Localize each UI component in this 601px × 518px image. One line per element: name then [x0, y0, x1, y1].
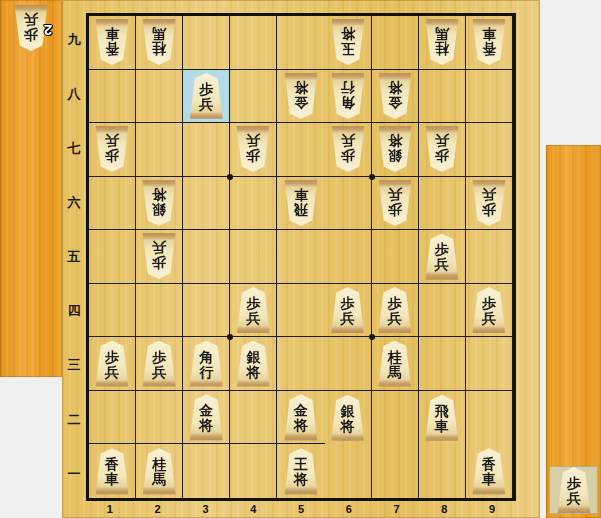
- hand-piece-count: 2: [44, 22, 52, 39]
- board-grid: 香車桂馬玉将桂馬香車歩兵金将角行金将歩兵歩兵歩兵銀将歩兵銀将飛車歩兵歩兵歩兵歩兵…: [86, 13, 516, 501]
- piece-kanji: 将: [152, 187, 166, 202]
- square-73[interactable]: 桂馬: [372, 337, 419, 391]
- piece-kanji: 兵: [105, 133, 119, 148]
- piece-top-fuhyo[interactable]: 歩兵: [140, 233, 178, 279]
- piece-kanji: 歩: [152, 350, 166, 365]
- square-43[interactable]: 銀将: [230, 337, 277, 391]
- piece-kanji: 車: [482, 472, 496, 487]
- piece-bottom-ginsho[interactable]: 銀将: [329, 395, 367, 441]
- square-41[interactable]: [230, 444, 277, 498]
- piece-top-kinsho[interactable]: 金将: [376, 73, 414, 119]
- square-81[interactable]: [419, 444, 466, 498]
- piece-kanji: 桂: [152, 41, 166, 56]
- piece-kanji: 金: [294, 95, 308, 110]
- square-13[interactable]: 歩兵: [89, 337, 136, 391]
- square-58[interactable]: 金将: [277, 70, 324, 124]
- square-35[interactable]: [183, 230, 230, 284]
- piece-kanji: 兵: [435, 133, 449, 148]
- square-53[interactable]: [277, 337, 324, 391]
- piece-kanji: 飛: [435, 404, 449, 419]
- piece-kanji: 兵: [341, 133, 355, 148]
- square-57[interactable]: [277, 123, 324, 177]
- piece-bottom-fuhyo[interactable]: 歩兵: [329, 287, 367, 333]
- square-23[interactable]: 歩兵: [136, 337, 183, 391]
- square-18[interactable]: [89, 70, 136, 124]
- shogi-app-window: 歩兵 2 九八七六五四三二一 123456789 香車桂馬玉将桂馬香車歩兵金将角…: [0, 0, 601, 518]
- square-98[interactable]: [466, 70, 513, 124]
- piece-top-keima[interactable]: 桂馬: [423, 19, 461, 65]
- piece-kanji: 銀: [388, 148, 402, 163]
- square-26[interactable]: 銀将: [136, 177, 183, 231]
- square-24[interactable]: [136, 284, 183, 338]
- file-label-8: 8: [420, 501, 468, 517]
- piece-kanji: 車: [105, 472, 119, 487]
- square-89[interactable]: 桂馬: [419, 16, 466, 70]
- piece-kanji: 歩: [341, 148, 355, 163]
- square-44[interactable]: 歩兵: [230, 284, 277, 338]
- bottom-player-hand-tray: 歩兵: [546, 145, 601, 518]
- square-15[interactable]: [89, 230, 136, 284]
- piece-kanji: 将: [294, 418, 308, 433]
- square-72[interactable]: [372, 391, 419, 445]
- square-27[interactable]: [136, 123, 183, 177]
- piece-bottom-kyosha[interactable]: 香車: [93, 448, 131, 494]
- square-28[interactable]: [136, 70, 183, 124]
- piece-bottom-fuhyo[interactable]: 歩兵: [140, 341, 178, 387]
- square-77[interactable]: 銀将: [372, 123, 419, 177]
- square-36[interactable]: [183, 177, 230, 231]
- piece-kanji: 馬: [435, 26, 449, 41]
- square-38[interactable]: 歩兵: [183, 70, 230, 124]
- square-47[interactable]: 歩兵: [230, 123, 277, 177]
- rank-label-四: 四: [62, 284, 86, 338]
- file-label-3: 3: [182, 501, 230, 517]
- piece-top-kyosha[interactable]: 香車: [93, 19, 131, 65]
- square-14[interactable]: [89, 284, 136, 338]
- file-label-6: 6: [325, 501, 373, 517]
- square-95[interactable]: [466, 230, 513, 284]
- piece-top-hisha[interactable]: 飛車: [282, 180, 320, 226]
- shogi-board: 九八七六五四三二一 123456789 香車桂馬玉将桂馬香車歩兵金将角行金将歩兵…: [62, 0, 540, 518]
- piece-kanji: 飛: [294, 202, 308, 217]
- square-33[interactable]: 角行: [183, 337, 230, 391]
- piece-kanji: 銀: [341, 404, 355, 419]
- file-label-9: 9: [468, 501, 516, 517]
- piece-kanji: 歩: [105, 350, 119, 365]
- piece-top-kinsho[interactable]: 金将: [282, 73, 320, 119]
- square-49[interactable]: [230, 16, 277, 70]
- piece-bottom-keima[interactable]: 桂馬: [376, 341, 414, 387]
- piece-kanji: 桂: [388, 350, 402, 365]
- rank-label-一: 一: [62, 447, 86, 501]
- square-21[interactable]: 桂馬: [136, 444, 183, 498]
- piece-kanji: 歩: [567, 476, 581, 491]
- piece-bottom-fuhyo[interactable]: 歩兵: [234, 287, 272, 333]
- file-label-7: 7: [373, 501, 421, 517]
- piece-kanji: 桂: [152, 457, 166, 472]
- piece-kanji: 桂: [435, 41, 449, 56]
- piece-kanji: 将: [294, 80, 308, 95]
- square-66[interactable]: [325, 177, 372, 231]
- rank-label-九: 九: [62, 13, 86, 67]
- piece-top-fuhyo[interactable]: 歩兵: [329, 126, 367, 172]
- piece-kanji: 将: [388, 133, 402, 148]
- square-45[interactable]: [230, 230, 277, 284]
- piece-bottom-hisha[interactable]: 飛車: [423, 395, 461, 441]
- square-87[interactable]: 歩兵: [419, 123, 466, 177]
- piece-kanji: 兵: [152, 240, 166, 255]
- piece-kanji: 歩: [388, 202, 402, 217]
- square-92[interactable]: [466, 391, 513, 445]
- piece-top-kyosha[interactable]: 香車: [470, 19, 508, 65]
- piece-kanji: 兵: [199, 97, 213, 112]
- rank-label-三: 三: [62, 338, 86, 392]
- square-83[interactable]: [419, 337, 466, 391]
- square-39[interactable]: [183, 16, 230, 70]
- square-34[interactable]: [183, 284, 230, 338]
- square-94[interactable]: 歩兵: [466, 284, 513, 338]
- top-player-hand-tray: 歩兵 2: [0, 0, 62, 377]
- piece-top-ginsho[interactable]: 銀将: [376, 126, 414, 172]
- piece-kanji: 金: [388, 95, 402, 110]
- piece-kanji: 王: [294, 457, 308, 472]
- square-63[interactable]: [325, 337, 372, 391]
- piece-kanji: 玉: [341, 41, 355, 56]
- square-99[interactable]: 香車: [466, 16, 513, 70]
- file-label-1: 1: [86, 501, 134, 517]
- square-54[interactable]: [277, 284, 324, 338]
- piece-kanji: 将: [388, 80, 402, 95]
- piece-kanji: 将: [341, 26, 355, 41]
- piece-bottom-keima[interactable]: 桂馬: [140, 448, 178, 494]
- square-46[interactable]: [230, 177, 277, 231]
- piece-kanji: 歩: [199, 82, 213, 97]
- piece-top-keima[interactable]: 桂馬: [140, 19, 178, 65]
- square-32[interactable]: 金将: [183, 391, 230, 445]
- piece-kanji: 馬: [388, 365, 402, 380]
- piece-bottom-ginsho[interactable]: 銀将: [234, 341, 272, 387]
- square-37[interactable]: [183, 123, 230, 177]
- square-69[interactable]: 玉将: [325, 16, 372, 70]
- square-71[interactable]: [372, 444, 419, 498]
- piece-kanji: 銀: [152, 202, 166, 217]
- piece-kanji: 馬: [152, 472, 166, 487]
- piece-kanji: 兵: [482, 187, 496, 202]
- piece-top-fuhyo[interactable]: 歩兵: [93, 126, 131, 172]
- piece-kanji: 歩: [105, 148, 119, 163]
- square-88[interactable]: [419, 70, 466, 124]
- piece-bottom-kinsho[interactable]: 金将: [187, 394, 225, 440]
- piece-kanji: 車: [105, 26, 119, 41]
- piece-kanji: 兵: [246, 133, 260, 148]
- square-68[interactable]: 角行: [325, 70, 372, 124]
- piece-kanji: 兵: [388, 311, 402, 326]
- piece-kanji: 将: [199, 418, 213, 433]
- piece-kanji: 歩: [388, 296, 402, 311]
- rank-label-八: 八: [62, 67, 86, 121]
- square-22[interactable]: [136, 391, 183, 445]
- piece-kanji: 馬: [152, 26, 166, 41]
- file-label-4: 4: [229, 501, 277, 517]
- square-25[interactable]: 歩兵: [136, 230, 183, 284]
- square-78[interactable]: 金将: [372, 70, 419, 124]
- piece-kanji: 兵: [482, 311, 496, 326]
- square-19[interactable]: 香車: [89, 16, 136, 70]
- piece-kanji: 歩: [435, 148, 449, 163]
- square-74[interactable]: 歩兵: [372, 284, 419, 338]
- piece-kanji: 歩: [435, 242, 449, 257]
- piece-kanji: 香: [482, 41, 496, 56]
- piece-top-ginsho[interactable]: 銀将: [140, 180, 178, 226]
- piece-bottom-kinsho[interactable]: 金将: [282, 394, 320, 440]
- square-31[interactable]: [183, 444, 230, 498]
- piece-kanji: 香: [105, 457, 119, 472]
- piece-kanji: 兵: [152, 365, 166, 380]
- square-48[interactable]: [230, 70, 277, 124]
- square-29[interactable]: 桂馬: [136, 16, 183, 70]
- piece-top-fuhyo[interactable]: 歩兵: [423, 126, 461, 172]
- piece-kanji: 歩: [341, 296, 355, 311]
- piece-kanji: 歩: [246, 296, 260, 311]
- rank-label-二: 二: [62, 393, 86, 447]
- piece-kanji: 兵: [567, 491, 581, 506]
- piece-bottom-osho[interactable]: 王将: [282, 448, 320, 494]
- square-82[interactable]: 飛車: [419, 391, 466, 445]
- piece-bottom-fuhyo[interactable]: 歩兵: [423, 233, 461, 279]
- piece-kanji: 車: [294, 187, 308, 202]
- square-51[interactable]: 王将: [277, 444, 324, 498]
- file-label-5: 5: [277, 501, 325, 517]
- piece-kanji: 兵: [435, 257, 449, 272]
- square-64[interactable]: 歩兵: [325, 284, 372, 338]
- piece-bottom-kakugyo[interactable]: 角行: [187, 341, 225, 387]
- rank-label-五: 五: [62, 230, 86, 284]
- square-79[interactable]: [372, 16, 419, 70]
- piece-kanji: 将: [341, 419, 355, 434]
- piece-bottom-fuhyo[interactable]: 歩兵: [187, 73, 225, 119]
- piece-kanji: 行: [341, 80, 355, 95]
- square-86[interactable]: [419, 177, 466, 231]
- square-42[interactable]: [230, 391, 277, 445]
- square-59[interactable]: [277, 16, 324, 70]
- file-labels: 123456789: [86, 501, 516, 517]
- square-67[interactable]: 歩兵: [325, 123, 372, 177]
- piece-bottom-fuhyo[interactable]: 歩兵: [470, 287, 508, 333]
- piece-kanji: 金: [294, 403, 308, 418]
- piece-kanji: 金: [199, 403, 213, 418]
- piece-kanji: 兵: [388, 187, 402, 202]
- square-16[interactable]: [89, 177, 136, 231]
- square-76[interactable]: 歩兵: [372, 177, 419, 231]
- square-65[interactable]: [325, 230, 372, 284]
- square-62[interactable]: 銀将: [325, 391, 372, 445]
- piece-bottom-fuhyo[interactable]: 歩兵: [555, 467, 593, 513]
- square-93[interactable]: [466, 337, 513, 391]
- square-75[interactable]: [372, 230, 419, 284]
- piece-bottom-fuhyo[interactable]: 歩兵: [93, 341, 131, 387]
- piece-bottom-kyosha[interactable]: 香車: [470, 448, 508, 494]
- hand-piece-bottom-fuhyo[interactable]: 歩兵: [555, 467, 593, 513]
- square-61[interactable]: [325, 444, 372, 498]
- piece-kanji: 歩: [482, 296, 496, 311]
- square-96[interactable]: 歩兵: [466, 177, 513, 231]
- square-12[interactable]: [89, 391, 136, 445]
- piece-top-gyokusho[interactable]: 玉将: [329, 19, 367, 65]
- square-85[interactable]: 歩兵: [419, 230, 466, 284]
- piece-kanji: 香: [105, 41, 119, 56]
- piece-kanji: 兵: [246, 311, 260, 326]
- square-17[interactable]: 歩兵: [89, 123, 136, 177]
- piece-kanji: 角: [341, 95, 355, 110]
- piece-kanji: 歩: [152, 255, 166, 270]
- piece-kanji: 兵: [24, 12, 38, 27]
- square-97[interactable]: [466, 123, 513, 177]
- square-55[interactable]: [277, 230, 324, 284]
- square-52[interactable]: 金将: [277, 391, 324, 445]
- piece-kanji: 将: [294, 472, 308, 487]
- hand-piece-slot[interactable]: 歩兵: [549, 466, 598, 514]
- square-56[interactable]: 飛車: [277, 177, 324, 231]
- square-11[interactable]: 香車: [89, 444, 136, 498]
- square-84[interactable]: [419, 284, 466, 338]
- piece-kanji: 兵: [341, 311, 355, 326]
- piece-kanji: 車: [482, 26, 496, 41]
- piece-kanji: 歩: [24, 27, 38, 42]
- piece-kanji: 歩: [482, 202, 496, 217]
- piece-top-fuhyo[interactable]: 歩兵: [376, 180, 414, 226]
- piece-kanji: 角: [199, 350, 213, 365]
- piece-top-fuhyo[interactable]: 歩兵: [470, 180, 508, 226]
- piece-bottom-fuhyo[interactable]: 歩兵: [376, 287, 414, 333]
- piece-kanji: 行: [199, 365, 213, 380]
- piece-kanji: 歩: [246, 148, 260, 163]
- piece-top-fuhyo[interactable]: 歩兵: [234, 126, 272, 172]
- file-label-2: 2: [134, 501, 182, 517]
- piece-top-kakugyo[interactable]: 角行: [329, 73, 367, 119]
- piece-kanji: 車: [435, 419, 449, 434]
- rank-label-六: 六: [62, 176, 86, 230]
- piece-kanji: 銀: [246, 350, 260, 365]
- piece-kanji: 将: [246, 365, 260, 380]
- rank-labels: 九八七六五四三二一: [62, 13, 86, 501]
- square-91[interactable]: 香車: [466, 444, 513, 498]
- piece-kanji: 兵: [105, 365, 119, 380]
- rank-label-七: 七: [62, 121, 86, 175]
- piece-kanji: 香: [482, 457, 496, 472]
